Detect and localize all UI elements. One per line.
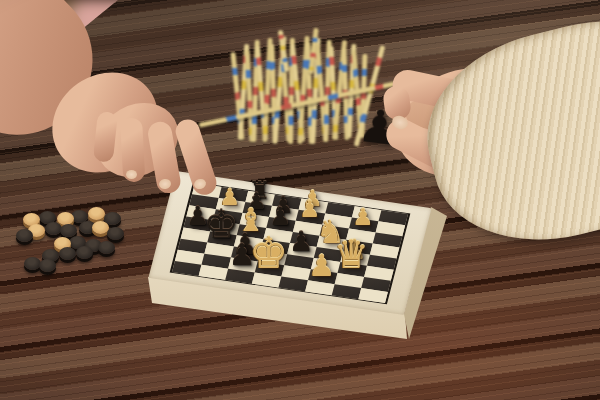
right-hand: ♟	[0, 0, 600, 400]
tabletop-scene: ♜♟♟♟♟♟♟♟♟♝♞♚♟♟♟♛♟♚♟ ♟	[0, 0, 600, 400]
knit-sleeve	[408, 0, 600, 265]
